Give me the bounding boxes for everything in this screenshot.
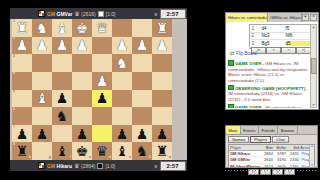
square-f4[interactable]: [52, 72, 72, 90]
log-label: OBSERVING GAME [HOOPSFETT] -: [235, 86, 308, 91]
players-table: PlayerBlitzBulletStdAction GM Hikaru2864…: [228, 144, 315, 168]
square-a6[interactable]: [152, 107, 172, 125]
white-pawn-piece: ♟: [156, 38, 169, 52]
rank-label: 3: [13, 55, 15, 59]
white-queen-piece: ♛: [96, 20, 109, 34]
square-g5[interactable]: ♝: [32, 90, 52, 108]
black-pawn-piece: ♟: [56, 91, 69, 105]
square-a3[interactable]: [152, 54, 172, 72]
square-c6[interactable]: [112, 107, 132, 125]
white-move[interactable]: Nc3: [262, 33, 286, 38]
white-king-piece: ♚: [76, 20, 89, 34]
log-label: GAME OVER -: [235, 61, 265, 66]
black-move[interactable]: Nf6: [286, 33, 310, 38]
close-icon[interactable]: ×: [310, 14, 317, 21]
square-d2[interactable]: [92, 37, 112, 55]
file-label: a: [169, 156, 171, 160]
black-move[interactable]: f5: [286, 26, 310, 31]
black-knight-piece: ♞: [56, 108, 69, 122]
players-table-body: GM Hikaru286437872431PlayGM GMVar2616319…: [229, 151, 314, 168]
broadcast-icon: [228, 85, 234, 91]
move-nav-button[interactable]: >|: [296, 47, 311, 55]
square-f1[interactable]: ♝: [52, 19, 72, 37]
square-b3[interactable]: [132, 54, 152, 72]
log-label: GAME OVER -: [235, 105, 265, 108]
chess-board: 1♜♞♝♚♛♜2♟♟♟♟♟♟♟3♞4♟5♝♟♟6♞7♟♟♟♟♟♟8h♜gf♝e♚…: [12, 19, 172, 160]
square-h3[interactable]: 3: [12, 54, 32, 72]
player-cell: GM GMVar: [229, 157, 260, 162]
scroll-up-icon[interactable]: ▲: [312, 25, 315, 29]
top-player-rating: (2616): [81, 11, 95, 17]
white-pawn-piece: ♟: [56, 38, 69, 52]
game-log: GAME OVER - GM Hikaru vs. IM comestodudo…: [228, 60, 311, 108]
black-pawn-piece: ♟: [116, 126, 129, 140]
broadcast-icon: [228, 104, 234, 108]
file-label: f: [70, 156, 71, 160]
square-a1[interactable]: ♜: [152, 19, 172, 37]
board-window: GM GMVar ♛ (2616) [1:0] ≡ 2:57 1♜♞♝♚♛♜2♟…: [10, 8, 187, 171]
white-pawn-piece: ♟: [36, 38, 49, 52]
log-entry: GAME OVER - GM Hikaru vs. IM comestodudo…: [228, 60, 311, 83]
top-player-score: [1:0]: [106, 11, 116, 17]
black-side-swatch: [97, 163, 103, 169]
lobby-tab-friends[interactable]: Friends: [259, 126, 278, 134]
board-icon: [38, 10, 45, 17]
bottom-player-rating: (2864): [81, 163, 95, 169]
column-header: Std: [286, 146, 299, 150]
observe-content: 1.d4f52.Nc3Nf63.Bg5d5 |<<>>| ⇄ Flip Boar…: [226, 22, 318, 109]
square-e8[interactable]: e♚: [72, 142, 92, 160]
white-pawn-piece: ♟: [96, 73, 109, 87]
tab-controls: ▾×: [302, 13, 318, 22]
black-queen-piece: ♛: [96, 144, 109, 158]
lobby-tab-main[interactable]: Main: [226, 126, 241, 134]
square-a2[interactable]: ♟: [152, 37, 172, 55]
scroll-down-icon[interactable]: ▼: [311, 164, 313, 167]
game-tab-label: Hikaru vs. comestodudo (1-0): [228, 15, 268, 20]
subtab-players[interactable]: Players: [250, 136, 271, 143]
move-nav: |<<>>|: [251, 47, 311, 55]
black-pawn-piece: ♟: [36, 126, 49, 140]
player-cell: IM GhostPhazar: [229, 164, 260, 168]
square-a8[interactable]: a♜: [152, 142, 172, 160]
move-list: 1.d4f52.Nc3Nf63.Bg5d5: [249, 24, 311, 49]
move-number: 3.: [250, 41, 262, 46]
square-a7[interactable]: ♟: [152, 125, 172, 143]
move-nav-button[interactable]: >: [281, 47, 296, 55]
column-header: Player: [229, 146, 260, 150]
screen: GM GMVar ♛ (2616) [1:0] ≡ 2:57 1♜♞♝♚♛♜2♟…: [0, 0, 320, 180]
scroll-thumb[interactable]: [311, 58, 317, 74]
scroll-up-icon[interactable]: ▲: [311, 145, 313, 148]
move-number: 2.: [250, 33, 262, 38]
square-f5[interactable]: ♟: [52, 90, 72, 108]
rank-label: 8: [13, 143, 15, 147]
square-h7[interactable]: 7♟: [12, 125, 32, 143]
square-g2[interactable]: ♟: [32, 37, 52, 55]
bottom-player-name: Hikaru: [57, 163, 73, 169]
square-b7[interactable]: ♟: [132, 125, 152, 143]
square-h4[interactable]: 4: [12, 72, 32, 90]
square-c3[interactable]: ♞: [112, 54, 132, 72]
square-c8[interactable]: c♝: [112, 142, 132, 160]
column-header: Blitz: [260, 146, 273, 150]
top-player-name: GMVar: [57, 11, 73, 17]
square-h5[interactable]: 5: [12, 90, 32, 108]
player-cell: 2605: [273, 164, 286, 168]
top-player-title: GM: [47, 11, 55, 17]
player-cell: 2616: [260, 157, 273, 162]
broadcast-icon: [228, 60, 234, 66]
lobby-subtab-bar: GamesPlayersChat: [226, 135, 317, 144]
player-row[interactable]: IM GhostPhazar261326051391Play: [229, 164, 314, 168]
square-b1[interactable]: [132, 19, 152, 37]
black-knight-piece: ♞: [136, 144, 149, 158]
black-pawn-piece: ♟: [96, 91, 109, 105]
rank-label: 2: [13, 37, 15, 41]
move-row: 1.d4f5: [250, 25, 310, 33]
file-label: h: [29, 156, 31, 160]
lobby-tab-browse[interactable]: Browse: [278, 126, 297, 134]
square-e1[interactable]: ♚: [72, 19, 92, 37]
square-c1[interactable]: [112, 19, 132, 37]
square-f7[interactable]: [52, 125, 72, 143]
square-e2[interactable]: ♟: [72, 37, 92, 55]
log-entry: OBSERVING GAME [HOOPSFETT] - IM comestod…: [228, 85, 311, 103]
white-move[interactable]: d4: [262, 26, 286, 31]
square-e7[interactable]: ♟: [72, 125, 92, 143]
game-tab-label: GMVar vs. Hikaru (1-0): [270, 15, 302, 20]
menu-icon[interactable]: ≡: [154, 163, 157, 169]
square-d4[interactable]: ♟: [92, 72, 112, 90]
move-number: 1.: [250, 26, 262, 31]
square-c5[interactable]: [112, 90, 132, 108]
square-g6[interactable]: [32, 107, 52, 125]
square-d6[interactable]: [92, 107, 112, 125]
player-cell: 2613: [260, 164, 273, 168]
log-entry: GAME OVER - IM comestodudo vs. GM Hikaru…: [228, 104, 311, 108]
bottom-player-bar: GM Hikaru ♛ (2864) [1:0] ≡ 2:57: [10, 160, 187, 171]
move-row: 2.Nc3Nf6: [250, 33, 310, 41]
white-pawn-piece: ♟: [136, 38, 149, 52]
square-f2[interactable]: ♟: [52, 37, 72, 55]
chevron-down-icon[interactable]: ▾: [302, 14, 309, 21]
square-d5[interactable]: ♟: [92, 90, 112, 108]
top-player-bar: GM GMVar ♛ (2616) [1:0] ≡ 2:57: [10, 8, 187, 19]
lobby-tab-bar: MainEventsFriendsBrowse: [226, 126, 317, 135]
chat-scrollbar[interactable]: ▲ ▼: [310, 24, 317, 108]
square-c7[interactable]: ♟: [112, 125, 132, 143]
game-tab-0[interactable]: Hikaru vs. comestodudo (1-0): [226, 13, 268, 22]
square-g1[interactable]: ♞: [32, 19, 52, 37]
square-h6[interactable]: 6: [12, 107, 32, 125]
lobby-tab-events[interactable]: Events: [241, 126, 259, 134]
file-label: b: [149, 156, 151, 160]
square-h1[interactable]: 1♜: [12, 19, 32, 37]
square-d1[interactable]: ♛: [92, 19, 112, 37]
square-d7[interactable]: [92, 125, 112, 143]
black-bishop-piece: ♝: [56, 144, 69, 158]
white-pawn-piece: ♟: [116, 38, 129, 52]
flip-icon: ⇄: [230, 51, 235, 57]
square-a5[interactable]: [152, 90, 172, 108]
black-pawn-piece: ♟: [156, 126, 169, 140]
black-king-piece: ♚: [76, 144, 89, 158]
bottom-player-title: GM: [47, 163, 55, 169]
subtab-chat[interactable]: Chat: [272, 136, 288, 143]
square-h8[interactable]: 8h♜: [12, 142, 32, 160]
queen-icon: ♛: [74, 163, 79, 169]
black-pawn-piece: ♟: [136, 126, 149, 140]
black-pawn-piece: ♟: [16, 126, 29, 140]
rank-label: 7: [13, 125, 15, 129]
white-bishop-piece: ♝: [56, 20, 69, 34]
black-move[interactable]: d5: [286, 41, 310, 46]
table-scrollbar[interactable]: ▲ ▼: [309, 145, 314, 167]
white-knight-piece: ♞: [36, 20, 49, 34]
white-bishop-piece: ♝: [36, 91, 49, 105]
white-side-swatch: [98, 11, 104, 17]
player-cell: 2330: [286, 157, 299, 162]
square-e3[interactable]: [72, 54, 92, 72]
square-e5[interactable]: [72, 90, 92, 108]
file-label: c: [129, 156, 131, 160]
square-c4[interactable]: [112, 72, 132, 90]
menu-icon[interactable]: ≡: [154, 11, 157, 17]
player-cell: 2431: [286, 151, 299, 156]
ticker-strip: [225, 170, 318, 172]
square-e4[interactable]: [72, 72, 92, 90]
column-header: Bullet: [273, 146, 286, 150]
square-c2[interactable]: ♟: [112, 37, 132, 55]
player-cell: GM Hikaru: [229, 151, 260, 156]
lobby-window: MainEventsFriendsBrowse GamesPlayersChat…: [225, 125, 318, 168]
square-g4[interactable]: [32, 72, 52, 90]
bottom-player-score: [1:0]: [105, 163, 115, 169]
rank-label: 1: [13, 20, 15, 24]
square-b4[interactable]: [132, 72, 152, 90]
top-player-clock: 2:57: [160, 9, 186, 19]
white-pawn-piece: ♟: [76, 38, 89, 52]
square-d3[interactable]: [92, 54, 112, 72]
black-rook-piece: ♜: [16, 144, 29, 158]
scroll-down-icon[interactable]: ▼: [312, 103, 315, 107]
log-body: IM comestodudo (2318) vs. GM Hikaru (273…: [228, 91, 302, 102]
square-g8[interactable]: g: [32, 142, 52, 160]
square-a4[interactable]: [152, 72, 172, 90]
subtab-games[interactable]: Games: [228, 136, 249, 143]
move-nav-button[interactable]: <: [266, 47, 281, 55]
player-cell: 3787: [273, 151, 286, 156]
bottom-player-clock: 2:57: [160, 161, 186, 171]
white-rook-piece: ♜: [16, 20, 29, 34]
file-label: e: [89, 156, 91, 160]
player-cell: 3190: [273, 157, 286, 162]
square-b5[interactable]: [132, 90, 152, 108]
square-b8[interactable]: b♞: [132, 142, 152, 160]
rank-label: 5: [13, 90, 15, 94]
white-rook-piece: ♜: [156, 20, 169, 34]
square-d8[interactable]: d♛: [92, 142, 112, 160]
black-pawn-piece: ♟: [76, 126, 89, 140]
white-move[interactable]: Bg5: [262, 41, 286, 46]
square-g7[interactable]: ♟: [32, 125, 52, 143]
observe-window: Hikaru vs. comestodudo (1-0)GMVar vs. Hi…: [225, 12, 319, 110]
square-f3[interactable]: [52, 54, 72, 72]
white-knight-piece: ♞: [116, 56, 129, 70]
black-rook-piece: ♜: [156, 144, 169, 158]
square-b6[interactable]: [132, 107, 152, 125]
file-label: d: [109, 156, 111, 160]
square-b2[interactable]: ♟: [132, 37, 152, 55]
square-f6[interactable]: ♞: [52, 107, 72, 125]
queen-icon: ♛: [74, 11, 79, 17]
player-cell: 1391: [286, 164, 299, 168]
square-e6[interactable]: [72, 107, 92, 125]
square-h2[interactable]: 2♟: [12, 37, 32, 55]
player-cell: 2864: [260, 151, 273, 156]
white-pawn-piece: ♟: [16, 38, 29, 52]
flip-board-link[interactable]: ⇄ Flip Board: [230, 51, 257, 57]
black-bishop-piece: ♝: [116, 144, 129, 158]
file-label: g: [49, 156, 51, 160]
board-icon: [38, 162, 45, 169]
rank-label: 4: [13, 72, 15, 76]
game-tab-1[interactable]: GMVar vs. Hikaru (1-0): [268, 13, 302, 22]
square-g3[interactable]: [32, 54, 52, 72]
square-f8[interactable]: f♝: [52, 142, 72, 160]
rank-label: 6: [13, 108, 15, 112]
flip-board-label: Flip Board: [236, 51, 257, 56]
